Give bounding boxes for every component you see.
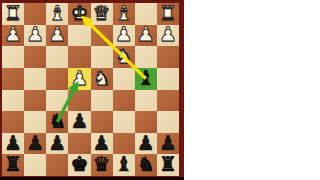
white-pawn-b2[interactable]: ♟ [137,24,155,44]
square-c6[interactable] [113,111,135,133]
square-h3[interactable] [2,46,24,68]
square-e7[interactable] [68,133,90,155]
white-pawn-c2[interactable]: ♟ [115,24,133,44]
board-frame: ♜♝♚♛♝♜♟♟♟♟♟♟♞♟♞♝♞♟♟♟♟♟♟♟♜♚♛♝♞♜ [0,0,184,180]
square-h1[interactable]: ♜ [2,3,24,25]
white-bishop-c1[interactable]: ♝ [115,3,133,23]
square-c4[interactable] [113,68,135,90]
square-e6[interactable]: ♟ [68,111,90,133]
square-f3[interactable] [46,46,68,68]
white-king-e1[interactable]: ♚ [70,3,88,23]
square-b1[interactable] [135,3,157,25]
square-c1[interactable]: ♝ [113,3,135,25]
square-f5[interactable] [46,90,68,112]
square-b7[interactable]: ♟ [135,133,157,155]
square-b8[interactable]: ♞ [135,154,157,176]
square-e4[interactable]: ♟ [68,68,90,90]
square-a6[interactable] [157,111,179,133]
square-f2[interactable]: ♟ [46,25,68,47]
square-d8[interactable]: ♛ [91,154,113,176]
square-g6[interactable] [24,111,46,133]
square-b4[interactable]: ♝ [135,68,157,90]
square-g4[interactable] [24,68,46,90]
black-bishop-c8[interactable]: ♝ [115,154,133,174]
square-h6[interactable] [2,111,24,133]
square-f6[interactable]: ♞ [46,111,68,133]
square-c5[interactable] [113,90,135,112]
square-d4[interactable]: ♞ [91,68,113,90]
square-g5[interactable] [24,90,46,112]
black-knight-b8[interactable]: ♞ [137,154,155,174]
square-a7[interactable]: ♟ [157,133,179,155]
square-d3[interactable] [91,46,113,68]
white-rook-a1[interactable]: ♜ [159,3,177,23]
square-c3[interactable]: ♞ [113,46,135,68]
square-g8[interactable] [24,154,46,176]
square-h7[interactable]: ♟ [2,133,24,155]
black-pawn-f7[interactable]: ♟ [48,133,66,153]
white-knight-d4[interactable]: ♞ [93,68,111,88]
square-c8[interactable]: ♝ [113,154,135,176]
square-e1[interactable]: ♚ [68,3,90,25]
square-f4[interactable] [46,68,68,90]
square-d6[interactable] [91,111,113,133]
black-pawn-h7[interactable]: ♟ [4,133,22,153]
square-h4[interactable] [2,68,24,90]
square-d1[interactable]: ♛ [91,3,113,25]
black-pawn-a7[interactable]: ♟ [159,133,177,153]
white-knight-c3[interactable]: ♞ [115,46,133,66]
square-a4[interactable] [157,68,179,90]
square-f1[interactable]: ♝ [46,3,68,25]
black-pawn-e6[interactable]: ♟ [70,111,88,131]
board: ♜♝♚♛♝♜♟♟♟♟♟♟♞♟♞♝♞♟♟♟♟♟♟♟♜♚♛♝♞♜ [2,3,179,176]
square-a2[interactable]: ♟ [157,25,179,47]
white-rook-h1[interactable]: ♜ [4,3,22,23]
square-f7[interactable]: ♟ [46,133,68,155]
square-h8[interactable]: ♜ [2,154,24,176]
square-g2[interactable]: ♟ [24,25,46,47]
square-c2[interactable]: ♟ [113,25,135,47]
black-pawn-g7[interactable]: ♟ [26,133,44,153]
black-knight-f6[interactable]: ♞ [48,111,66,131]
white-bishop-f1[interactable]: ♝ [48,3,66,23]
square-h2[interactable]: ♟ [2,25,24,47]
square-d7[interactable]: ♟ [91,133,113,155]
white-queen-d1[interactable]: ♛ [93,3,111,23]
white-pawn-g2[interactable]: ♟ [26,24,44,44]
black-bishop-b4[interactable]: ♝ [137,68,155,88]
square-b6[interactable] [135,111,157,133]
square-d5[interactable] [91,90,113,112]
black-rook-a8[interactable]: ♜ [159,154,177,174]
square-a5[interactable] [157,90,179,112]
square-g3[interactable] [24,46,46,68]
square-f8[interactable] [46,154,68,176]
white-pawn-f2[interactable]: ♟ [48,24,66,44]
black-pawn-b7[interactable]: ♟ [137,133,155,153]
square-h5[interactable] [2,90,24,112]
square-b2[interactable]: ♟ [135,25,157,47]
square-g7[interactable]: ♟ [24,133,46,155]
square-d2[interactable] [91,25,113,47]
black-king-e8[interactable]: ♚ [70,154,88,174]
square-e3[interactable] [68,46,90,68]
black-rook-h8[interactable]: ♜ [4,154,22,174]
square-b5[interactable] [135,90,157,112]
square-g1[interactable] [24,3,46,25]
square-a8[interactable]: ♜ [157,154,179,176]
square-c7[interactable] [113,133,135,155]
black-pawn-d7[interactable]: ♟ [93,133,111,153]
square-e8[interactable]: ♚ [68,154,90,176]
black-queen-d8[interactable]: ♛ [93,154,111,174]
white-pawn-h2[interactable]: ♟ [4,24,22,44]
square-b3[interactable] [135,46,157,68]
square-e2[interactable] [68,25,90,47]
white-pawn-a2[interactable]: ♟ [159,24,177,44]
square-a1[interactable]: ♜ [157,3,179,25]
square-e5[interactable] [68,90,90,112]
square-a3[interactable] [157,46,179,68]
white-pawn-e4[interactable]: ♟ [70,68,88,88]
screenshot-stage: ♜♝♚♛♝♜♟♟♟♟♟♟♞♟♞♝♞♟♟♟♟♟♟♟♜♚♛♝♞♜ [0,0,320,180]
board-bottom-edge [0,177,184,180]
